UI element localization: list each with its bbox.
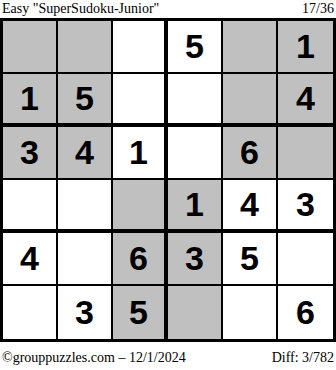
cell-r6c3: 5 — [113, 286, 168, 339]
footer-difficulty: Diff: 3/782 — [272, 350, 334, 365]
cell-r1c4: 5 — [168, 21, 223, 74]
cell-r2c5[interactable] — [223, 74, 278, 127]
cell-r5c2[interactable] — [58, 233, 113, 286]
cell-r6c4[interactable] — [168, 286, 223, 339]
cell-r4c3[interactable] — [113, 180, 168, 233]
cell-r4c6: 3 — [278, 180, 333, 233]
sudoku-grid: 5115434161434635356 — [0, 18, 336, 342]
cell-r1c3[interactable] — [113, 21, 168, 74]
cell-r5c6[interactable] — [278, 233, 333, 286]
puzzle-counter: 17/36 — [302, 1, 334, 16]
cell-r3c2: 4 — [58, 127, 113, 180]
cell-r1c2[interactable] — [58, 21, 113, 74]
cell-r1c1[interactable] — [3, 21, 58, 74]
cell-r6c6: 6 — [278, 286, 333, 339]
cell-r5c3: 6 — [113, 233, 168, 286]
cell-r4c5: 4 — [223, 180, 278, 233]
cell-r2c1: 1 — [3, 74, 58, 127]
cell-r2c3[interactable] — [113, 74, 168, 127]
cell-r2c4[interactable] — [168, 74, 223, 127]
cell-r4c4: 1 — [168, 180, 223, 233]
cell-r3c6[interactable] — [278, 127, 333, 180]
cell-r4c2[interactable] — [58, 180, 113, 233]
cell-r5c5: 5 — [223, 233, 278, 286]
cell-r6c2: 3 — [58, 286, 113, 339]
cell-r3c5: 6 — [223, 127, 278, 180]
cell-r3c4[interactable] — [168, 127, 223, 180]
cell-r1c5[interactable] — [223, 21, 278, 74]
footer: ©grouppuzzles.com – 12/1/2024 Diff: 3/78… — [0, 342, 336, 365]
cell-r3c1: 3 — [3, 127, 58, 180]
cell-r6c5[interactable] — [223, 286, 278, 339]
cell-r6c1[interactable] — [3, 286, 58, 339]
cell-r5c1: 4 — [3, 233, 58, 286]
footer-copyright: ©grouppuzzles.com – 12/1/2024 — [2, 350, 186, 365]
cell-r4c1[interactable] — [3, 180, 58, 233]
cell-r2c2: 5 — [58, 74, 113, 127]
cell-r5c4: 3 — [168, 233, 223, 286]
header: Easy "SuperSudoku-Junior" 17/36 — [0, 0, 336, 18]
cell-r2c6: 4 — [278, 74, 333, 127]
page-title: Easy "SuperSudoku-Junior" — [2, 1, 159, 16]
cell-r1c6: 1 — [278, 21, 333, 74]
puzzle-page: Easy "SuperSudoku-Junior" 17/36 51154341… — [0, 0, 336, 370]
cell-r3c3: 1 — [113, 127, 168, 180]
